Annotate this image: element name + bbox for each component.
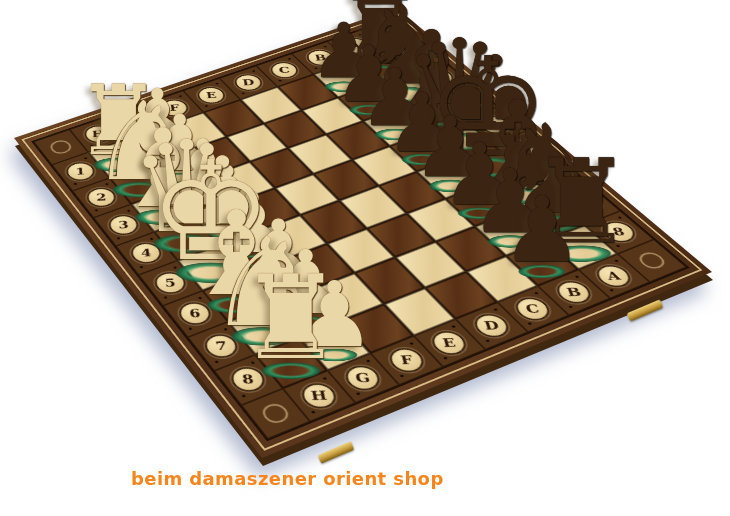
file-label-bottom-G-coin: G	[346, 367, 380, 389]
file-label-bottom-E-coin: E	[432, 332, 466, 353]
file-label-bottom-H-coin: H	[302, 385, 335, 408]
file-label-bottom-C-coin: C	[515, 299, 550, 320]
black-pawn-b8: ♟	[501, 186, 582, 277]
file-label-bottom-D-coin: D	[474, 315, 509, 336]
caption-text: beim damaszener orient shop	[131, 468, 444, 489]
product-photo-scene: HH11GG22FF33EE44DD55CC66BB77AA88 beim da…	[0, 0, 730, 516]
file-label-bottom-F-coin: F	[389, 349, 423, 371]
piece-glyph: ♟	[501, 186, 582, 277]
white-rook-h8: ♜	[239, 261, 343, 377]
file-label-bottom-B-coin: B	[556, 282, 591, 302]
file-label-top-D-coin: D	[235, 75, 261, 90]
file-label-top-C-coin: C	[271, 63, 297, 78]
piece-glyph: ♜	[239, 261, 343, 377]
